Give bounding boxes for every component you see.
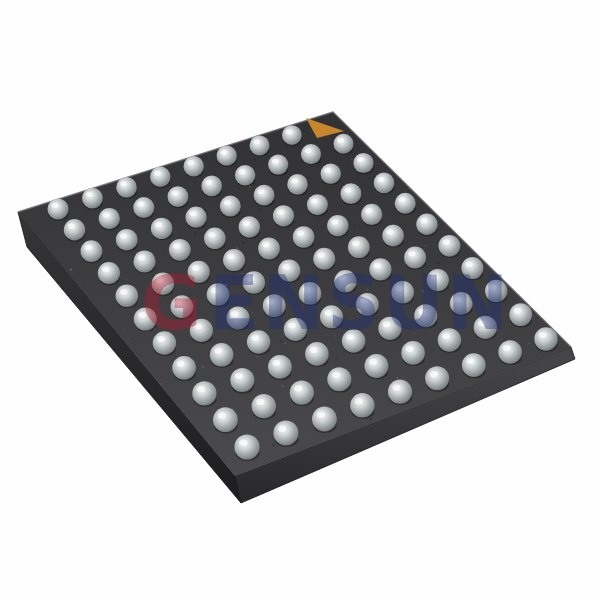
ball-highlight: [172, 190, 179, 195]
ball-highlight: [256, 399, 264, 405]
ball-highlight: [311, 198, 318, 203]
ball-highlight: [467, 358, 475, 364]
speckle: [128, 253, 129, 254]
ball-sphere: [82, 188, 103, 209]
ball-highlight: [317, 252, 324, 258]
ball-sphere: [327, 367, 351, 391]
solder-ball: [150, 167, 170, 189]
ball-highlight: [155, 222, 162, 228]
solder-ball: [250, 135, 270, 156]
solder-ball: [327, 215, 348, 238]
ball-highlight: [378, 177, 385, 182]
ball-sphere: [230, 368, 254, 392]
speckle: [202, 366, 205, 369]
speckle: [209, 409, 210, 410]
ball-highlight: [443, 239, 450, 245]
ball-sphere: [217, 146, 237, 166]
solder-ball: [252, 394, 276, 420]
solder-ball: [365, 354, 389, 379]
ball-sphere: [98, 262, 120, 284]
solder-ball: [439, 235, 461, 258]
solder-ball: [382, 225, 404, 248]
ball-sphere: [273, 205, 294, 226]
ball-highlight: [208, 232, 215, 238]
speckle: [236, 247, 238, 249]
speckle: [127, 338, 129, 340]
solder-ball: [312, 407, 337, 433]
ball-sphere: [186, 207, 207, 228]
ball-highlight: [294, 385, 302, 391]
solder-ball: [361, 204, 382, 227]
ball-sphere: [341, 183, 362, 204]
solder-ball: [282, 125, 302, 146]
solder-ball: [348, 236, 370, 259]
ball-highlight: [190, 211, 197, 217]
watermark-red-letter: G: [141, 260, 205, 346]
solder-ball: [81, 240, 103, 263]
ball-sphere: [462, 353, 486, 377]
solder-ball: [353, 153, 373, 175]
ball-highlight: [365, 208, 372, 214]
ball-sphere: [213, 407, 238, 432]
ball-highlight: [273, 360, 281, 366]
ball-highlight: [386, 229, 393, 235]
solder-ball: [204, 228, 226, 251]
ball-highlight: [393, 384, 401, 390]
ball-sphere: [258, 238, 280, 260]
solder-ball: [258, 238, 280, 261]
speckle: [272, 444, 275, 447]
ball-sphere: [327, 215, 348, 236]
ball-sphere: [382, 225, 404, 247]
speckle: [69, 268, 72, 271]
ball-sphere: [374, 173, 395, 194]
ball-sphere: [151, 218, 172, 239]
ball-sphere: [290, 381, 314, 405]
solder-ball: [184, 156, 204, 178]
solder-ball: [509, 303, 532, 327]
speckle: [164, 249, 165, 250]
ball-highlight: [214, 348, 222, 354]
ball-highlight: [221, 150, 228, 155]
solder-ball: [116, 229, 138, 252]
solder-ball: [98, 262, 120, 286]
ball-highlight: [399, 197, 406, 202]
ball-sphere: [416, 214, 437, 235]
speckle: [76, 242, 78, 244]
speckle: [161, 383, 163, 385]
solder-ball: [172, 356, 196, 381]
solder-ball: [217, 146, 237, 167]
ball-sphere: [293, 226, 315, 248]
solder-ball: [416, 214, 437, 237]
ball-sphere: [116, 177, 137, 198]
speckle: [425, 245, 427, 247]
ball-sphere: [425, 366, 449, 390]
ball-highlight: [352, 241, 359, 247]
ball-sphere: [172, 356, 196, 380]
solder-ball: [341, 183, 362, 205]
ball-highlight: [235, 373, 243, 379]
watermark-blue-letters: ENSUN: [209, 260, 512, 346]
ball-highlight: [52, 203, 59, 208]
ball-sphere: [48, 199, 69, 220]
solder-ball: [116, 177, 137, 199]
solder-ball: [534, 327, 557, 352]
solder-ball: [350, 393, 374, 419]
solder-ball: [192, 381, 216, 407]
ball-sphere: [81, 240, 103, 262]
ball-sphere: [192, 381, 216, 405]
solder-ball: [273, 205, 294, 228]
solder-ball: [220, 196, 241, 218]
ball-sphere: [168, 186, 189, 207]
ball-sphere: [99, 208, 120, 229]
ball-sphere: [116, 229, 138, 251]
solder-ball: [234, 434, 259, 461]
speckle: [124, 327, 126, 329]
solder-ball: [462, 353, 486, 378]
ball-highlight: [253, 139, 260, 144]
solder-ball: [151, 218, 172, 241]
watermark: GENSUN: [141, 260, 512, 346]
ball-highlight: [286, 129, 293, 134]
ball-highlight: [369, 359, 377, 365]
ball-highlight: [324, 168, 331, 173]
speckle: [256, 356, 258, 358]
ball-highlight: [85, 245, 92, 251]
speckle: [254, 158, 256, 160]
solder-ball: [210, 343, 234, 368]
solder-ball: [116, 284, 139, 308]
solder-ball: [293, 226, 315, 249]
ball-sphere: [235, 165, 255, 185]
ball-highlight: [331, 219, 338, 225]
ball-sphere: [250, 135, 270, 155]
ball-highlight: [102, 266, 110, 272]
ball-highlight: [197, 386, 205, 392]
solder-ball: [273, 420, 298, 447]
ball-sphere: [201, 176, 222, 197]
speckle: [281, 385, 284, 388]
ball-highlight: [239, 439, 248, 446]
ball-sphere: [210, 343, 234, 367]
ball-highlight: [430, 371, 438, 377]
solder-ball: [327, 367, 351, 392]
solder-ball: [99, 208, 120, 230]
ball-highlight: [68, 223, 75, 229]
solder-ball: [290, 381, 314, 407]
speckle: [259, 208, 261, 210]
solder-ball: [239, 216, 261, 239]
ball-sphere: [395, 193, 416, 214]
ball-sphere: [273, 420, 298, 445]
bga-chip-photo: GENSUN: [0, 0, 600, 600]
speckle: [127, 279, 128, 280]
ball-highlight: [272, 159, 279, 164]
ball-highlight: [355, 398, 363, 404]
ball-sphere: [252, 394, 276, 418]
ball-sphere: [321, 164, 341, 184]
ball-highlight: [297, 231, 304, 237]
ball-sphere: [287, 174, 308, 195]
speckle: [396, 377, 398, 379]
ball-sphere: [350, 393, 374, 417]
speckle: [243, 242, 245, 244]
ball-sphere: [348, 236, 370, 258]
solder-ball: [307, 194, 328, 216]
solder-ball: [425, 366, 449, 391]
solder-ball: [213, 407, 238, 433]
ball-highlight: [154, 171, 161, 176]
ball-highlight: [317, 412, 325, 418]
ball-highlight: [345, 188, 352, 193]
ball-highlight: [406, 346, 414, 352]
ball-highlight: [258, 189, 265, 194]
speckle: [335, 248, 336, 249]
ball-highlight: [310, 347, 318, 353]
solder-ball: [334, 134, 354, 155]
ball-highlight: [305, 148, 312, 153]
speckle: [537, 317, 539, 319]
ball-sphere: [204, 228, 226, 250]
ball-highlight: [120, 181, 127, 186]
speckle: [424, 380, 426, 382]
ball-highlight: [291, 178, 298, 183]
solder-ball: [169, 239, 191, 262]
ball-highlight: [277, 209, 284, 215]
ball-highlight: [420, 218, 427, 224]
ball-sphere: [150, 167, 170, 187]
solder-ball: [321, 164, 341, 186]
ball-highlight: [514, 308, 522, 314]
speckle: [365, 422, 366, 423]
solder-ball: [48, 199, 69, 221]
ball-highlight: [120, 233, 127, 239]
ball-highlight: [137, 201, 144, 206]
ball-sphere: [234, 434, 259, 459]
solder-ball: [82, 188, 103, 210]
speckle: [215, 161, 216, 162]
ball-highlight: [120, 289, 128, 295]
ball-sphere: [388, 380, 412, 404]
ball-sphere: [312, 407, 337, 432]
ball-sphere: [509, 303, 532, 326]
ball-highlight: [205, 180, 212, 185]
ball-sphere: [365, 354, 389, 378]
ball-highlight: [332, 372, 340, 378]
ball-sphere: [268, 355, 292, 379]
speckle: [335, 358, 337, 360]
speckle: [208, 441, 210, 443]
ball-sphere: [220, 196, 241, 217]
ball-sphere: [268, 155, 288, 175]
solder-ball: [168, 186, 189, 208]
ball-highlight: [218, 412, 226, 418]
speckle: [351, 159, 353, 161]
ball-sphere: [133, 197, 154, 218]
ball-highlight: [224, 200, 231, 205]
solder-ball: [388, 380, 412, 406]
speckle: [370, 418, 372, 420]
solder-ball: [230, 368, 254, 394]
ball-highlight: [243, 221, 250, 227]
ball-sphere: [169, 239, 191, 261]
ball-highlight: [227, 254, 234, 260]
speckle: [194, 233, 196, 235]
ball-sphere: [353, 153, 373, 173]
ball-sphere: [239, 216, 260, 237]
ball-sphere: [184, 156, 204, 176]
ball-sphere: [361, 204, 382, 225]
solder-ball: [287, 174, 308, 196]
ball-sphere: [301, 144, 321, 164]
ball-highlight: [357, 157, 364, 162]
ball-sphere: [116, 284, 139, 307]
ball-sphere: [439, 235, 461, 257]
solder-ball: [64, 219, 86, 242]
ball-highlight: [187, 160, 194, 165]
ball-highlight: [337, 138, 344, 143]
ball-sphere: [254, 185, 275, 206]
photo-canvas: GENSUN: [0, 0, 600, 600]
solder-ball: [235, 165, 255, 187]
ball-highlight: [103, 212, 110, 218]
speckle: [354, 225, 356, 227]
solder-ball: [268, 355, 292, 380]
solder-ball: [133, 197, 154, 219]
solder-ball: [374, 173, 395, 195]
ball-highlight: [539, 332, 547, 338]
ball-highlight: [408, 251, 415, 257]
ball-sphere: [307, 194, 328, 215]
speckle: [528, 343, 530, 345]
ball-highlight: [239, 169, 246, 174]
ball-highlight: [262, 242, 269, 248]
ball-sphere: [534, 327, 557, 350]
ball-sphere: [282, 125, 302, 145]
ball-highlight: [177, 361, 185, 367]
ball-highlight: [173, 243, 180, 249]
ball-highlight: [86, 192, 93, 197]
solder-ball: [395, 193, 416, 215]
solder-ball: [301, 144, 321, 165]
solder-ball: [268, 155, 288, 177]
ball-sphere: [64, 219, 85, 240]
speckle: [357, 177, 359, 179]
ball-highlight: [278, 426, 286, 432]
solder-ball: [254, 185, 275, 207]
solder-ball: [201, 176, 222, 198]
ball-sphere: [334, 134, 354, 154]
solder-ball: [186, 207, 207, 230]
